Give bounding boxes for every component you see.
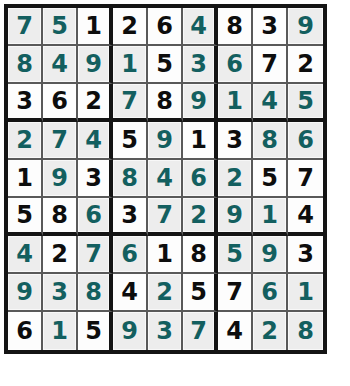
cell-r1c2[interactable]: 5 — [43, 8, 78, 46]
cell-r9c7[interactable]: 4 — [218, 312, 253, 350]
cell-r5c3[interactable]: 3 — [78, 160, 113, 198]
cell-r8c4[interactable]: 4 — [113, 274, 148, 312]
cell-r8c5[interactable]: 2 — [148, 274, 183, 312]
cell-r1c6[interactable]: 4 — [183, 8, 218, 46]
board-wrap: 7512648398491536723627891452745913861938… — [0, 0, 350, 366]
cell-r9c2[interactable]: 1 — [43, 312, 78, 350]
cell-r2c3[interactable]: 9 — [78, 46, 113, 84]
cell-r9c6[interactable]: 7 — [183, 312, 218, 350]
cell-r7c9[interactable]: 3 — [288, 236, 323, 274]
cell-r8c8[interactable]: 6 — [253, 274, 288, 312]
cell-r4c6[interactable]: 1 — [183, 122, 218, 160]
cell-r6c4[interactable]: 3 — [113, 198, 148, 236]
cell-r8c2[interactable]: 3 — [43, 274, 78, 312]
cell-r6c8[interactable]: 1 — [253, 198, 288, 236]
cell-r7c8[interactable]: 9 — [253, 236, 288, 274]
cell-r1c4[interactable]: 2 — [113, 8, 148, 46]
cell-r3c6[interactable]: 9 — [183, 84, 218, 122]
cell-r5c4[interactable]: 8 — [113, 160, 148, 198]
cell-r4c8[interactable]: 8 — [253, 122, 288, 160]
cell-r7c7[interactable]: 5 — [218, 236, 253, 274]
cell-r7c2[interactable]: 2 — [43, 236, 78, 274]
cell-r5c2[interactable]: 9 — [43, 160, 78, 198]
cell-r9c8[interactable]: 2 — [253, 312, 288, 350]
cell-r8c9[interactable]: 1 — [288, 274, 323, 312]
cell-r2c2[interactable]: 4 — [43, 46, 78, 84]
cell-r5c9[interactable]: 7 — [288, 160, 323, 198]
cell-r1c5[interactable]: 6 — [148, 8, 183, 46]
cell-r6c9[interactable]: 4 — [288, 198, 323, 236]
cell-r8c6[interactable]: 5 — [183, 274, 218, 312]
cell-r9c4[interactable]: 9 — [113, 312, 148, 350]
cell-r9c3[interactable]: 5 — [78, 312, 113, 350]
cell-r7c1[interactable]: 4 — [8, 236, 43, 274]
cell-r7c6[interactable]: 8 — [183, 236, 218, 274]
cell-r6c3[interactable]: 6 — [78, 198, 113, 236]
cell-r1c1[interactable]: 7 — [8, 8, 43, 46]
cell-r3c4[interactable]: 7 — [113, 84, 148, 122]
cell-r1c3[interactable]: 1 — [78, 8, 113, 46]
cell-r4c7[interactable]: 3 — [218, 122, 253, 160]
cell-r6c7[interactable]: 9 — [218, 198, 253, 236]
cell-r1c8[interactable]: 3 — [253, 8, 288, 46]
cell-r2c5[interactable]: 5 — [148, 46, 183, 84]
cell-r4c2[interactable]: 7 — [43, 122, 78, 160]
cell-r2c7[interactable]: 6 — [218, 46, 253, 84]
cell-r4c5[interactable]: 9 — [148, 122, 183, 160]
cell-r9c9[interactable]: 8 — [288, 312, 323, 350]
cell-r2c1[interactable]: 8 — [8, 46, 43, 84]
cell-r7c3[interactable]: 7 — [78, 236, 113, 274]
cell-r1c9[interactable]: 9 — [288, 8, 323, 46]
cell-r3c9[interactable]: 5 — [288, 84, 323, 122]
cell-r3c2[interactable]: 6 — [43, 84, 78, 122]
cell-r3c1[interactable]: 3 — [8, 84, 43, 122]
cell-r6c5[interactable]: 7 — [148, 198, 183, 236]
cell-r5c1[interactable]: 1 — [8, 160, 43, 198]
cell-r8c7[interactable]: 7 — [218, 274, 253, 312]
cell-r8c3[interactable]: 8 — [78, 274, 113, 312]
cell-r1c7[interactable]: 8 — [218, 8, 253, 46]
cell-r9c1[interactable]: 6 — [8, 312, 43, 350]
cell-r4c9[interactable]: 6 — [288, 122, 323, 160]
cell-r6c1[interactable]: 5 — [8, 198, 43, 236]
cell-r6c6[interactable]: 2 — [183, 198, 218, 236]
cell-r4c1[interactable]: 2 — [8, 122, 43, 160]
cell-r8c1[interactable]: 9 — [8, 274, 43, 312]
cell-r3c8[interactable]: 4 — [253, 84, 288, 122]
cell-r3c5[interactable]: 8 — [148, 84, 183, 122]
cell-r2c9[interactable]: 2 — [288, 46, 323, 84]
cell-r6c2[interactable]: 8 — [43, 198, 78, 236]
cell-r7c4[interactable]: 6 — [113, 236, 148, 274]
cell-r5c7[interactable]: 2 — [218, 160, 253, 198]
cell-r2c4[interactable]: 1 — [113, 46, 148, 84]
cell-r4c3[interactable]: 4 — [78, 122, 113, 160]
cell-r3c3[interactable]: 2 — [78, 84, 113, 122]
cell-r2c6[interactable]: 3 — [183, 46, 218, 84]
cell-r4c4[interactable]: 5 — [113, 122, 148, 160]
cell-r5c5[interactable]: 4 — [148, 160, 183, 198]
cell-r9c5[interactable]: 3 — [148, 312, 183, 350]
cell-r2c8[interactable]: 7 — [253, 46, 288, 84]
sudoku-board: 7512648398491536723627891452745913861938… — [4, 4, 327, 354]
cell-r3c7[interactable]: 1 — [218, 84, 253, 122]
cell-r7c5[interactable]: 1 — [148, 236, 183, 274]
cell-r5c6[interactable]: 6 — [183, 160, 218, 198]
cell-r5c8[interactable]: 5 — [253, 160, 288, 198]
